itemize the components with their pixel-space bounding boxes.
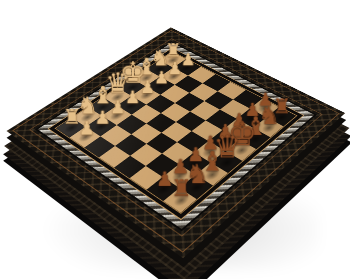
white-pawn-icon: ♟ <box>167 60 182 77</box>
white-pawn-icon: ♟ <box>110 98 126 116</box>
camera-tilt: ♜♞♝♛♚♝♞♜♟♟♟♟♟♟♟♟♟♟♟♟♟♟♟♟♜♞♝♛♚♝♞♜ <box>0 0 350 279</box>
product-photo: ♜♞♝♛♚♝♞♜♟♟♟♟♟♟♟♟♟♟♟♟♟♟♟♟♜♞♝♛♚♝♞♜ <box>0 0 350 279</box>
white-pawn-icon: ♟ <box>78 119 94 137</box>
white-pawn-icon: ♟ <box>94 109 110 127</box>
chess-box: ♜♞♝♛♚♝♞♜♟♟♟♟♟♟♟♟♟♟♟♟♟♟♟♟♜♞♝♛♚♝♞♜ <box>7 27 346 258</box>
perspective-scene: ♜♞♝♛♚♝♞♜♟♟♟♟♟♟♟♟♟♟♟♟♟♟♟♟♜♞♝♛♚♝♞♜ <box>0 0 350 279</box>
white-pawn-icon: ♟ <box>125 88 141 105</box>
white-pawn-icon: ♟ <box>181 51 196 67</box>
board-top: ♜♞♝♛♚♝♞♜♟♟♟♟♟♟♟♟♟♟♟♟♟♟♟♟♜♞♝♛♚♝♞♜ <box>7 27 346 258</box>
white-pawn-icon: ♟ <box>139 79 154 96</box>
white-pawn-icon: ♟ <box>153 69 168 86</box>
black-rook-icon: ♜ <box>171 177 192 201</box>
